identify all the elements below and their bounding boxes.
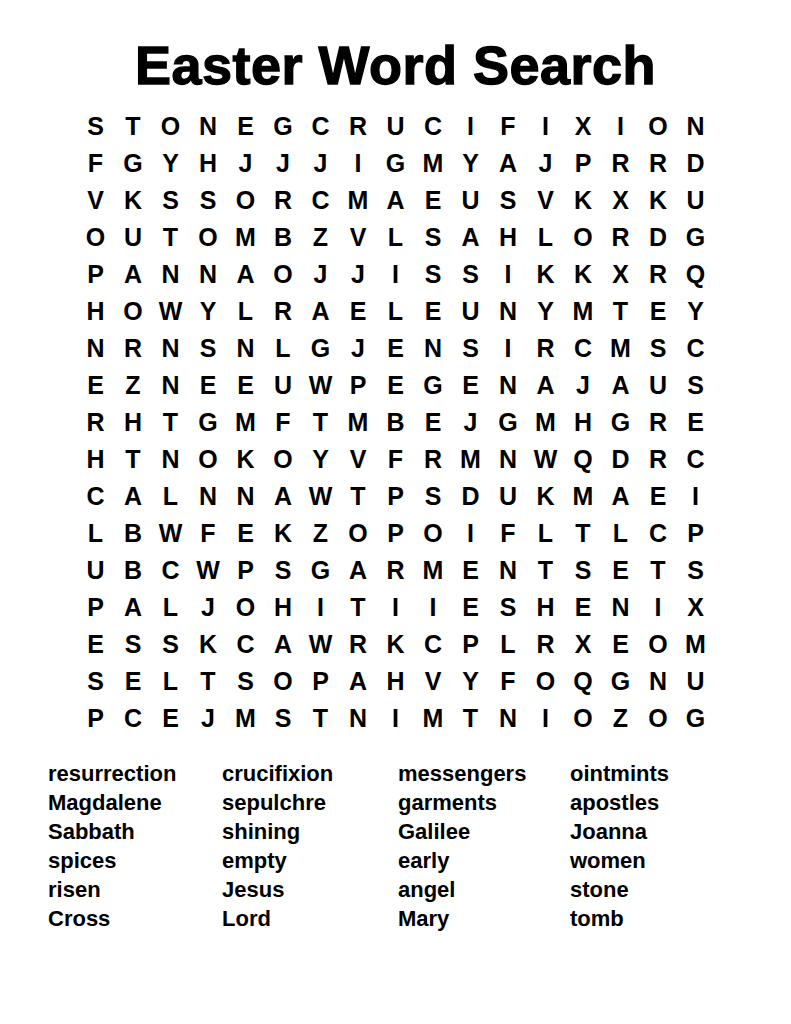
grid-cell[interactable]: S (77, 663, 115, 700)
grid-cell[interactable]: G (264, 108, 302, 145)
grid-cell[interactable]: S (489, 589, 527, 626)
grid-cell[interactable]: M (414, 700, 452, 737)
grid-cell[interactable]: K (189, 626, 227, 663)
grid-cell[interactable]: P (227, 552, 265, 589)
grid-cell[interactable]: N (189, 478, 227, 515)
grid-cell[interactable]: C (152, 552, 190, 589)
grid-cell[interactable]: S (264, 552, 302, 589)
grid-cell[interactable]: T (114, 108, 152, 145)
grid-cell[interactable]: X (564, 108, 602, 145)
grid-cell[interactable]: N (489, 441, 527, 478)
grid-cell[interactable]: J (339, 330, 377, 367)
grid-cell[interactable]: E (677, 404, 715, 441)
grid-cell[interactable]: L (264, 330, 302, 367)
grid-cell[interactable]: J (189, 589, 227, 626)
grid-cell[interactable]: N (489, 293, 527, 330)
grid-cell[interactable]: J (227, 145, 265, 182)
grid-cell[interactable]: S (639, 330, 677, 367)
grid-cell[interactable]: R (639, 404, 677, 441)
grid-cell[interactable]: K (377, 626, 415, 663)
grid-cell[interactable]: M (414, 145, 452, 182)
grid-cell[interactable]: U (639, 367, 677, 404)
grid-cell[interactable]: A (264, 626, 302, 663)
grid-cell[interactable]: J (339, 256, 377, 293)
grid-cell[interactable]: O (527, 663, 565, 700)
grid-cell[interactable]: E (227, 515, 265, 552)
grid-cell[interactable]: T (302, 404, 340, 441)
grid-cell[interactable]: L (152, 589, 190, 626)
grid-cell[interactable]: I (339, 145, 377, 182)
grid-cell[interactable]: W (302, 478, 340, 515)
grid-cell[interactable]: O (77, 219, 115, 256)
grid-cell[interactable]: C (677, 330, 715, 367)
grid-cell[interactable]: T (339, 478, 377, 515)
grid-cell[interactable]: S (77, 108, 115, 145)
grid-cell[interactable]: C (302, 182, 340, 219)
grid-cell[interactable]: R (639, 145, 677, 182)
grid-cell[interactable]: C (414, 108, 452, 145)
grid-cell[interactable]: A (114, 256, 152, 293)
grid-cell[interactable]: P (564, 145, 602, 182)
grid-cell[interactable]: C (639, 515, 677, 552)
grid-cell[interactable]: I (527, 700, 565, 737)
grid-cell[interactable]: M (227, 404, 265, 441)
grid-cell[interactable]: R (377, 552, 415, 589)
grid-cell[interactable]: N (602, 589, 640, 626)
grid-cell[interactable]: O (264, 663, 302, 700)
grid-cell[interactable]: Y (189, 293, 227, 330)
grid-cell[interactable]: H (527, 589, 565, 626)
grid-cell[interactable]: N (152, 367, 190, 404)
grid-cell[interactable]: I (602, 108, 640, 145)
grid-cell[interactable]: R (527, 330, 565, 367)
grid-cell[interactable]: U (677, 663, 715, 700)
grid-cell[interactable]: P (377, 478, 415, 515)
grid-cell[interactable]: G (677, 700, 715, 737)
grid-cell[interactable]: J (564, 367, 602, 404)
grid-cell[interactable]: U (452, 293, 490, 330)
grid-cell[interactable]: N (489, 367, 527, 404)
grid-cell[interactable]: T (152, 404, 190, 441)
grid-cell[interactable]: E (602, 552, 640, 589)
grid-cell[interactable]: A (114, 478, 152, 515)
grid-cell[interactable]: U (377, 108, 415, 145)
grid-cell[interactable]: V (414, 663, 452, 700)
grid-cell[interactable]: M (527, 404, 565, 441)
grid-cell[interactable]: R (602, 219, 640, 256)
word-list-item: Mary (398, 904, 570, 933)
grid-cell[interactable]: W (152, 293, 190, 330)
grid-cell[interactable]: N (489, 700, 527, 737)
grid-cell[interactable]: O (264, 256, 302, 293)
grid-cell[interactable]: D (677, 145, 715, 182)
grid-cell[interactable]: N (189, 108, 227, 145)
grid-cell[interactable]: M (339, 182, 377, 219)
grid-cell[interactable]: N (77, 330, 115, 367)
grid-cell[interactable]: K (564, 256, 602, 293)
grid-cell[interactable]: S (489, 182, 527, 219)
word-list-item: apostles (570, 788, 750, 817)
grid-cell[interactable]: F (377, 441, 415, 478)
grid-cell[interactable]: K (527, 478, 565, 515)
grid-cell[interactable]: T (152, 219, 190, 256)
word-list-item: angel (398, 875, 570, 904)
grid-cell[interactable]: H (377, 663, 415, 700)
grid-cell[interactable]: E (564, 589, 602, 626)
grid-cell[interactable]: S (114, 626, 152, 663)
grid-cell[interactable]: L (527, 219, 565, 256)
grid-cell[interactable]: T (564, 515, 602, 552)
grid-cell[interactable]: A (114, 589, 152, 626)
grid-cell[interactable]: F (77, 145, 115, 182)
grid-cell[interactable]: V (527, 182, 565, 219)
grid-cell[interactable]: J (264, 145, 302, 182)
grid-cell[interactable]: I (377, 589, 415, 626)
grid-cell[interactable]: R (602, 145, 640, 182)
grid-cell[interactable]: K (264, 515, 302, 552)
grid-cell[interactable]: M (339, 404, 377, 441)
grid-cell[interactable]: A (302, 293, 340, 330)
grid-cell[interactable]: E (414, 404, 452, 441)
word-list-column: resurrectionMagdaleneSabbathspicesrisenC… (48, 759, 222, 933)
grid-cell[interactable]: M (677, 626, 715, 663)
grid-cell[interactable]: R (114, 330, 152, 367)
grid-cell[interactable]: G (489, 404, 527, 441)
grid-cell[interactable]: N (339, 700, 377, 737)
grid-cell[interactable]: G (377, 145, 415, 182)
grid-cell[interactable]: S (677, 552, 715, 589)
grid-cell[interactable]: O (114, 293, 152, 330)
grid-cell[interactable]: O (339, 515, 377, 552)
grid-cell[interactable]: Q (564, 441, 602, 478)
grid-cell[interactable]: I (489, 256, 527, 293)
word-search-grid: STONEGCRUCIFIXIONFGYHJJJIGMYAJPRRDVKSSOR… (77, 108, 715, 737)
grid-cell[interactable]: J (302, 256, 340, 293)
grid-cell[interactable]: A (489, 145, 527, 182)
grid-cell[interactable]: E (414, 293, 452, 330)
grid-cell[interactable]: Z (302, 515, 340, 552)
grid-cell[interactable]: X (602, 182, 640, 219)
grid-cell[interactable]: Y (302, 441, 340, 478)
grid-cell[interactable]: D (602, 441, 640, 478)
grid-cell[interactable]: M (227, 219, 265, 256)
word-list-item: Joanna (570, 817, 750, 846)
grid-cell[interactable]: S (677, 367, 715, 404)
grid-cell[interactable]: T (602, 293, 640, 330)
grid-cell[interactable]: Z (114, 367, 152, 404)
grid-cell[interactable]: T (527, 552, 565, 589)
grid-cell[interactable]: R (77, 404, 115, 441)
grid-cell[interactable]: S (189, 182, 227, 219)
grid-cell[interactable]: B (114, 552, 152, 589)
grid-cell[interactable]: L (77, 515, 115, 552)
grid-cell[interactable]: Z (302, 219, 340, 256)
grid-cell[interactable]: E (602, 626, 640, 663)
grid-cell[interactable]: A (339, 552, 377, 589)
grid-cell[interactable]: W (189, 552, 227, 589)
grid-cell[interactable]: L (152, 663, 190, 700)
grid-cell[interactable]: M (452, 441, 490, 478)
grid-cell[interactable]: W (302, 367, 340, 404)
grid-cell[interactable]: E (377, 367, 415, 404)
grid-cell[interactable]: O (227, 182, 265, 219)
grid-cell[interactable]: O (189, 219, 227, 256)
grid-cell[interactable]: N (152, 441, 190, 478)
grid-cell[interactable]: L (377, 293, 415, 330)
grid-cell[interactable]: L (602, 515, 640, 552)
grid-cell[interactable]: F (489, 108, 527, 145)
word-list-item: women (570, 846, 750, 875)
grid-cell[interactable]: U (677, 182, 715, 219)
grid-cell[interactable]: B (377, 404, 415, 441)
grid-cell[interactable]: C (227, 626, 265, 663)
grid-cell[interactable]: C (677, 441, 715, 478)
grid-cell[interactable]: K (639, 182, 677, 219)
grid-cell[interactable]: P (77, 700, 115, 737)
grid-cell[interactable]: N (677, 108, 715, 145)
grid-cell[interactable]: Q (677, 256, 715, 293)
grid-cell[interactable]: V (339, 441, 377, 478)
grid-cell[interactable]: A (602, 367, 640, 404)
grid-cell[interactable]: I (452, 108, 490, 145)
grid-cell[interactable]: R (264, 293, 302, 330)
grid-cell[interactable]: H (77, 293, 115, 330)
grid-cell[interactable]: Y (452, 663, 490, 700)
word-list-item: early (398, 846, 570, 875)
grid-cell[interactable]: X (677, 589, 715, 626)
grid-cell[interactable]: O (189, 441, 227, 478)
grid-cell[interactable]: N (227, 478, 265, 515)
grid-cell[interactable]: O (264, 441, 302, 478)
grid-cell[interactable]: Y (152, 145, 190, 182)
grid-cell[interactable]: U (489, 478, 527, 515)
grid-cell[interactable]: I (489, 330, 527, 367)
grid-cell[interactable]: S (452, 256, 490, 293)
grid-cell[interactable]: O (564, 219, 602, 256)
grid-cell[interactable]: I (452, 515, 490, 552)
grid-cell[interactable]: H (264, 589, 302, 626)
grid-cell[interactable]: D (452, 478, 490, 515)
grid-cell[interactable]: E (414, 182, 452, 219)
grid-cell[interactable]: M (564, 293, 602, 330)
grid-cell[interactable]: A (227, 256, 265, 293)
grid-cell[interactable]: E (377, 330, 415, 367)
grid-cell[interactable]: W (152, 515, 190, 552)
grid-cell[interactable]: U (264, 367, 302, 404)
grid-cell[interactable]: T (302, 700, 340, 737)
grid-cell[interactable]: G (602, 404, 640, 441)
grid-cell[interactable]: P (377, 515, 415, 552)
grid-cell[interactable]: S (414, 478, 452, 515)
grid-cell[interactable]: E (639, 293, 677, 330)
grid-cell[interactable]: C (414, 626, 452, 663)
grid-cell[interactable]: F (489, 663, 527, 700)
grid-cell[interactable]: R (264, 182, 302, 219)
grid-cell[interactable]: O (414, 515, 452, 552)
grid-cell[interactable]: I (639, 589, 677, 626)
grid-cell[interactable]: P (77, 589, 115, 626)
grid-cell[interactable]: I (677, 478, 715, 515)
grid-cell[interactable]: E (152, 700, 190, 737)
grid-cell[interactable]: T (114, 441, 152, 478)
grid-cell[interactable]: K (114, 182, 152, 219)
grid-cell[interactable]: X (602, 256, 640, 293)
grid-cell[interactable]: O (564, 700, 602, 737)
grid-cell[interactable]: F (264, 404, 302, 441)
grid-cell[interactable]: S (414, 219, 452, 256)
grid-cell[interactable]: I (302, 589, 340, 626)
grid-cell[interactable]: Y (452, 145, 490, 182)
grid-cell[interactable]: H (564, 404, 602, 441)
grid-cell[interactable]: P (77, 256, 115, 293)
grid-cell[interactable]: M (227, 700, 265, 737)
grid-cell[interactable]: A (527, 367, 565, 404)
grid-cell[interactable]: Y (527, 293, 565, 330)
grid-cell[interactable]: K (227, 441, 265, 478)
grid-cell[interactable]: L (489, 626, 527, 663)
grid-cell[interactable]: E (227, 108, 265, 145)
grid-cell[interactable]: F (189, 515, 227, 552)
grid-cell[interactable]: S (227, 663, 265, 700)
grid-cell[interactable]: P (677, 515, 715, 552)
grid-cell[interactable]: N (152, 256, 190, 293)
grid-cell[interactable]: I (377, 256, 415, 293)
grid-cell[interactable]: T (339, 589, 377, 626)
grid-cell[interactable]: S (189, 330, 227, 367)
grid-cell[interactable]: H (189, 145, 227, 182)
grid-cell[interactable]: N (639, 663, 677, 700)
grid-cell[interactable]: O (227, 589, 265, 626)
grid-cell[interactable]: A (264, 478, 302, 515)
grid-cell[interactable]: W (527, 441, 565, 478)
grid-cell[interactable]: S (452, 330, 490, 367)
grid-cell[interactable]: M (602, 330, 640, 367)
grid-cell[interactable]: A (602, 478, 640, 515)
grid-cell[interactable]: H (489, 219, 527, 256)
grid-cell[interactable]: O (639, 108, 677, 145)
grid-cell[interactable]: M (414, 552, 452, 589)
grid-cell[interactable]: O (639, 700, 677, 737)
grid-cell[interactable]: P (339, 367, 377, 404)
grid-cell[interactable]: E (189, 367, 227, 404)
grid-cell[interactable]: N (152, 330, 190, 367)
grid-cell[interactable]: G (602, 663, 640, 700)
grid-cell[interactable]: C (114, 700, 152, 737)
grid-cell[interactable]: L (377, 219, 415, 256)
grid-cell[interactable]: L (527, 515, 565, 552)
grid-cell[interactable]: K (564, 182, 602, 219)
grid-cell[interactable]: S (264, 700, 302, 737)
grid-cell[interactable]: L (152, 478, 190, 515)
grid-cell[interactable]: A (339, 663, 377, 700)
grid-cell[interactable]: G (302, 330, 340, 367)
grid-cell[interactable]: S (414, 256, 452, 293)
grid-cell[interactable]: U (114, 219, 152, 256)
grid-cell[interactable]: T (189, 663, 227, 700)
grid-cell[interactable]: R (639, 441, 677, 478)
grid-cell[interactable]: Z (602, 700, 640, 737)
grid-cell[interactable]: O (152, 108, 190, 145)
grid-cell[interactable]: G (189, 404, 227, 441)
grid-cell[interactable]: K (527, 256, 565, 293)
grid-cell[interactable]: I (414, 589, 452, 626)
grid-cell[interactable]: E (114, 663, 152, 700)
grid-cell[interactable]: B (114, 515, 152, 552)
grid-cell[interactable]: I (377, 700, 415, 737)
grid-cell[interactable]: E (639, 478, 677, 515)
grid-cell[interactable]: J (527, 145, 565, 182)
grid-cell[interactable]: C (77, 478, 115, 515)
grid-cell[interactable]: N (189, 256, 227, 293)
grid-cell[interactable]: G (414, 367, 452, 404)
grid-cell[interactable]: V (339, 219, 377, 256)
grid-cell[interactable]: P (452, 626, 490, 663)
grid-cell[interactable]: R (339, 626, 377, 663)
grid-cell[interactable]: Y (677, 293, 715, 330)
grid-cell[interactable]: W (302, 626, 340, 663)
grid-cell[interactable]: N (489, 552, 527, 589)
grid-cell[interactable]: T (639, 552, 677, 589)
grid-cell[interactable]: E (452, 589, 490, 626)
grid-cell[interactable]: M (564, 478, 602, 515)
grid-cell[interactable]: Q (564, 663, 602, 700)
grid-cell[interactable]: T (452, 700, 490, 737)
grid-cell[interactable]: P (302, 663, 340, 700)
grid-cell[interactable]: N (227, 330, 265, 367)
grid-cell[interactable]: C (302, 108, 340, 145)
word-list-item: Sabbath (48, 817, 222, 846)
grid-cell[interactable]: S (152, 626, 190, 663)
grid-cell[interactable]: J (189, 700, 227, 737)
grid-cell[interactable]: J (452, 404, 490, 441)
grid-cell[interactable]: R (414, 441, 452, 478)
grid-cell[interactable]: E (227, 367, 265, 404)
grid-cell[interactable]: B (264, 219, 302, 256)
grid-cell[interactable]: F (489, 515, 527, 552)
word-list-item: stone (570, 875, 750, 904)
word-list-item: Jesus (222, 875, 398, 904)
grid-cell[interactable]: R (339, 108, 377, 145)
grid-cell[interactable]: E (77, 367, 115, 404)
grid-cell[interactable]: E (77, 626, 115, 663)
grid-cell[interactable]: G (677, 219, 715, 256)
grid-cell[interactable]: V (77, 182, 115, 219)
grid-cell[interactable]: I (527, 108, 565, 145)
grid-cell[interactable]: H (77, 441, 115, 478)
grid-cell[interactable]: A (452, 219, 490, 256)
grid-cell[interactable]: G (114, 145, 152, 182)
grid-cell[interactable]: U (77, 552, 115, 589)
grid-cell[interactable]: H (114, 404, 152, 441)
grid-cell[interactable]: G (302, 552, 340, 589)
grid-cell[interactable]: S (564, 552, 602, 589)
grid-cell[interactable]: C (564, 330, 602, 367)
grid-cell[interactable]: X (564, 626, 602, 663)
grid-cell[interactable]: O (639, 626, 677, 663)
grid-cell[interactable]: E (452, 367, 490, 404)
grid-cell[interactable]: R (639, 256, 677, 293)
grid-cell[interactable]: U (452, 182, 490, 219)
grid-cell[interactable]: S (152, 182, 190, 219)
grid-cell[interactable]: A (377, 182, 415, 219)
grid-cell[interactable]: L (227, 293, 265, 330)
grid-cell[interactable]: E (452, 552, 490, 589)
grid-cell[interactable]: E (339, 293, 377, 330)
grid-cell[interactable]: J (302, 145, 340, 182)
grid-cell[interactable]: R (527, 626, 565, 663)
grid-cell[interactable]: D (639, 219, 677, 256)
grid-cell[interactable]: N (414, 330, 452, 367)
